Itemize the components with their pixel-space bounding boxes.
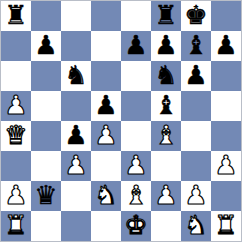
square-b1[interactable] [31,211,61,241]
square-d6[interactable] [91,61,121,91]
square-g7[interactable]: ♝ [181,31,211,61]
square-d2[interactable]: ♞ [91,181,121,211]
piece-black-bishop[interactable]: ♝ [184,30,207,60]
square-g4[interactable] [181,121,211,151]
piece-black-king[interactable]: ♚ [184,0,207,30]
square-c8[interactable] [61,1,91,31]
chess-board: ♜♜♚♟♟♟♝♟♞♞♟♟♟♝♛♟♟♝♟♟♟♟♛♞♝♟♟♜♚♞♜ [1,1,241,241]
square-e7[interactable]: ♟ [121,31,151,61]
piece-white-bishop[interactable]: ♝ [124,180,147,210]
square-e8[interactable] [121,1,151,31]
square-a8[interactable]: ♜ [1,1,31,31]
square-e4[interactable] [121,121,151,151]
square-f7[interactable]: ♟ [151,31,181,61]
piece-white-knight[interactable]: ♞ [184,210,207,240]
piece-black-rook[interactable]: ♜ [4,0,27,30]
square-f2[interactable]: ♟ [151,181,181,211]
square-e5[interactable] [121,91,151,121]
piece-white-rook[interactable]: ♜ [214,210,237,240]
square-b7[interactable]: ♟ [31,31,61,61]
piece-black-pawn[interactable]: ♟ [34,30,57,60]
square-c4[interactable]: ♟ [61,121,91,151]
square-h2[interactable] [211,181,241,211]
square-d7[interactable] [91,31,121,61]
piece-white-queen[interactable]: ♛ [4,120,27,150]
piece-white-pawn[interactable]: ♟ [154,180,177,210]
square-g3[interactable] [181,151,211,181]
square-e1[interactable]: ♚ [121,211,151,241]
square-b6[interactable] [31,61,61,91]
square-e2[interactable]: ♝ [121,181,151,211]
piece-white-pawn[interactable]: ♟ [184,180,207,210]
piece-white-pawn[interactable]: ♟ [124,150,147,180]
square-b4[interactable] [31,121,61,151]
square-e3[interactable]: ♟ [121,151,151,181]
square-h4[interactable] [211,121,241,151]
square-a6[interactable] [1,61,31,91]
piece-white-pawn[interactable]: ♟ [4,90,27,120]
square-g8[interactable]: ♚ [181,1,211,31]
square-h3[interactable]: ♟ [211,151,241,181]
square-f6[interactable]: ♞ [151,61,181,91]
square-a5[interactable]: ♟ [1,91,31,121]
square-g1[interactable]: ♞ [181,211,211,241]
piece-black-bishop[interactable]: ♝ [154,90,177,120]
square-b3[interactable] [31,151,61,181]
square-d5[interactable]: ♟ [91,91,121,121]
square-h6[interactable] [211,61,241,91]
piece-black-knight[interactable]: ♞ [64,60,87,90]
square-f1[interactable] [151,211,181,241]
piece-white-pawn[interactable]: ♟ [4,180,27,210]
square-d3[interactable] [91,151,121,181]
chess-board-frame: ♜♜♚♟♟♟♝♟♞♞♟♟♟♝♛♟♟♝♟♟♟♟♛♞♝♟♟♜♚♞♜ [0,0,242,242]
square-d4[interactable]: ♟ [91,121,121,151]
piece-white-pawn[interactable]: ♟ [94,120,117,150]
square-c1[interactable] [61,211,91,241]
piece-white-bishop[interactable]: ♝ [154,120,177,150]
piece-white-rook[interactable]: ♜ [4,210,27,240]
square-c7[interactable] [61,31,91,61]
square-a3[interactable] [1,151,31,181]
square-h5[interactable] [211,91,241,121]
square-a2[interactable]: ♟ [1,181,31,211]
piece-black-pawn[interactable]: ♟ [64,120,87,150]
square-h7[interactable]: ♟ [211,31,241,61]
square-h8[interactable] [211,1,241,31]
piece-black-rook[interactable]: ♜ [154,0,177,30]
square-g6[interactable]: ♟ [181,61,211,91]
square-h1[interactable]: ♜ [211,211,241,241]
piece-black-pawn[interactable]: ♟ [154,30,177,60]
square-f4[interactable]: ♝ [151,121,181,151]
square-g5[interactable] [181,91,211,121]
piece-black-knight[interactable]: ♞ [154,60,177,90]
piece-black-pawn[interactable]: ♟ [94,90,117,120]
square-d1[interactable] [91,211,121,241]
square-a4[interactable]: ♛ [1,121,31,151]
piece-black-pawn[interactable]: ♟ [214,30,237,60]
piece-black-queen[interactable]: ♛ [34,180,57,210]
square-d8[interactable] [91,1,121,31]
square-c6[interactable]: ♞ [61,61,91,91]
square-f3[interactable] [151,151,181,181]
square-b8[interactable] [31,1,61,31]
piece-white-pawn[interactable]: ♟ [64,150,87,180]
square-c2[interactable] [61,181,91,211]
piece-white-knight[interactable]: ♞ [94,180,117,210]
piece-white-king[interactable]: ♚ [124,210,147,240]
square-b5[interactable] [31,91,61,121]
square-a7[interactable] [1,31,31,61]
square-a1[interactable]: ♜ [1,211,31,241]
square-f5[interactable]: ♝ [151,91,181,121]
piece-black-pawn[interactable]: ♟ [124,30,147,60]
square-c5[interactable] [61,91,91,121]
square-g2[interactable]: ♟ [181,181,211,211]
square-f8[interactable]: ♜ [151,1,181,31]
square-e6[interactable] [121,61,151,91]
piece-white-pawn[interactable]: ♟ [214,150,237,180]
square-c3[interactable]: ♟ [61,151,91,181]
square-b2[interactable]: ♛ [31,181,61,211]
piece-black-pawn[interactable]: ♟ [184,60,207,90]
